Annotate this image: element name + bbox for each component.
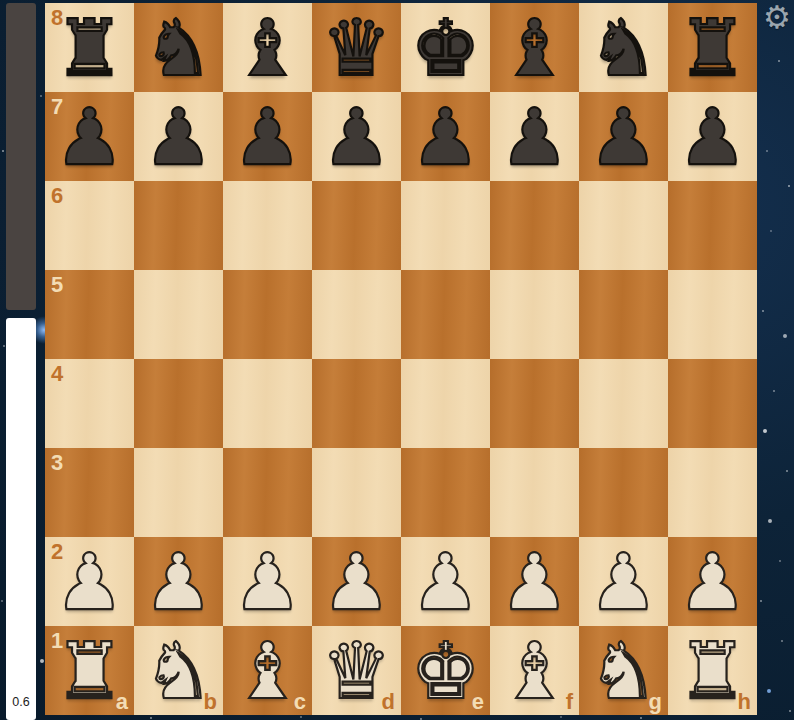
square-c6[interactable] xyxy=(223,181,312,270)
square-h1[interactable]: h♜ xyxy=(668,626,757,715)
square-d5[interactable] xyxy=(312,270,401,359)
square-g8[interactable]: ♞ xyxy=(579,3,668,92)
square-e7[interactable]: ♟ xyxy=(401,92,490,181)
rank-label-6: 6 xyxy=(51,185,63,207)
square-a5[interactable]: 5 xyxy=(45,270,134,359)
rank-label-5: 5 xyxy=(51,274,63,296)
square-a4[interactable]: 4 xyxy=(45,359,134,448)
eval-bar-black-portion xyxy=(6,3,36,310)
square-g5[interactable] xyxy=(579,270,668,359)
square-h8[interactable]: ♜ xyxy=(668,3,757,92)
square-a7[interactable]: 7♟ xyxy=(45,92,134,181)
piece-white-rook[interactable]: ♜ xyxy=(55,632,125,710)
piece-black-rook[interactable]: ♜ xyxy=(55,9,125,87)
square-b7[interactable]: ♟ xyxy=(134,92,223,181)
piece-white-bishop[interactable]: ♝ xyxy=(500,632,570,710)
square-e5[interactable] xyxy=(401,270,490,359)
square-f7[interactable]: ♟ xyxy=(490,92,579,181)
square-g4[interactable] xyxy=(579,359,668,448)
piece-white-queen[interactable]: ♛ xyxy=(322,632,392,710)
square-a2[interactable]: 2♟ xyxy=(45,537,134,626)
square-f5[interactable] xyxy=(490,270,579,359)
starfield-background xyxy=(0,0,2,2)
piece-white-pawn[interactable]: ♟ xyxy=(144,543,214,621)
piece-white-pawn[interactable]: ♟ xyxy=(233,543,303,621)
square-e6[interactable] xyxy=(401,181,490,270)
eval-score: 0.6 xyxy=(12,696,29,709)
square-e4[interactable] xyxy=(401,359,490,448)
piece-black-knight[interactable]: ♞ xyxy=(144,9,214,87)
square-h6[interactable] xyxy=(668,181,757,270)
piece-black-knight[interactable]: ♞ xyxy=(589,9,659,87)
square-b2[interactable]: ♟ xyxy=(134,537,223,626)
square-d7[interactable]: ♟ xyxy=(312,92,401,181)
square-d4[interactable] xyxy=(312,359,401,448)
piece-black-pawn[interactable]: ♟ xyxy=(55,98,125,176)
piece-black-pawn[interactable]: ♟ xyxy=(144,98,214,176)
square-f3[interactable] xyxy=(490,448,579,537)
square-c8[interactable]: ♝ xyxy=(223,3,312,92)
square-c4[interactable] xyxy=(223,359,312,448)
square-d1[interactable]: d♛ xyxy=(312,626,401,715)
square-h5[interactable] xyxy=(668,270,757,359)
piece-black-pawn[interactable]: ♟ xyxy=(500,98,570,176)
chess-board: 8♜♞♝♛♚♝♞♜7♟♟♟♟♟♟♟♟65432♟♟♟♟♟♟♟♟1a♜b♞c♝d♛… xyxy=(45,3,757,715)
square-b3[interactable] xyxy=(134,448,223,537)
square-h2[interactable]: ♟ xyxy=(668,537,757,626)
square-b4[interactable] xyxy=(134,359,223,448)
piece-black-pawn[interactable]: ♟ xyxy=(589,98,659,176)
square-c2[interactable]: ♟ xyxy=(223,537,312,626)
square-g3[interactable] xyxy=(579,448,668,537)
piece-white-king[interactable]: ♚ xyxy=(411,632,481,710)
square-g2[interactable]: ♟ xyxy=(579,537,668,626)
square-d2[interactable]: ♟ xyxy=(312,537,401,626)
piece-white-pawn[interactable]: ♟ xyxy=(322,543,392,621)
piece-black-king[interactable]: ♚ xyxy=(411,9,481,87)
piece-black-bishop[interactable]: ♝ xyxy=(233,9,303,87)
square-f8[interactable]: ♝ xyxy=(490,3,579,92)
square-d3[interactable] xyxy=(312,448,401,537)
piece-white-rook[interactable]: ♜ xyxy=(678,632,748,710)
piece-black-rook[interactable]: ♜ xyxy=(678,9,748,87)
piece-white-knight[interactable]: ♞ xyxy=(144,632,214,710)
piece-white-knight[interactable]: ♞ xyxy=(589,632,659,710)
square-c5[interactable] xyxy=(223,270,312,359)
square-g6[interactable] xyxy=(579,181,668,270)
square-a3[interactable]: 3 xyxy=(45,448,134,537)
square-e8[interactable]: ♚ xyxy=(401,3,490,92)
square-e1[interactable]: e♚ xyxy=(401,626,490,715)
square-h7[interactable]: ♟ xyxy=(668,92,757,181)
piece-black-pawn[interactable]: ♟ xyxy=(411,98,481,176)
piece-black-queen[interactable]: ♛ xyxy=(322,9,392,87)
square-d8[interactable]: ♛ xyxy=(312,3,401,92)
piece-white-pawn[interactable]: ♟ xyxy=(500,543,570,621)
square-c7[interactable]: ♟ xyxy=(223,92,312,181)
piece-white-bishop[interactable]: ♝ xyxy=(233,632,303,710)
square-a8[interactable]: 8♜ xyxy=(45,3,134,92)
square-c3[interactable] xyxy=(223,448,312,537)
square-d6[interactable] xyxy=(312,181,401,270)
square-a1[interactable]: 1a♜ xyxy=(45,626,134,715)
square-g1[interactable]: g♞ xyxy=(579,626,668,715)
piece-black-pawn[interactable]: ♟ xyxy=(322,98,392,176)
square-h3[interactable] xyxy=(668,448,757,537)
piece-black-bishop[interactable]: ♝ xyxy=(500,9,570,87)
square-f1[interactable]: f♝ xyxy=(490,626,579,715)
rank-label-4: 4 xyxy=(51,363,63,385)
gear-icon[interactable]: ⚙ xyxy=(763,2,791,33)
square-h4[interactable] xyxy=(668,359,757,448)
square-b6[interactable] xyxy=(134,181,223,270)
square-a6[interactable]: 6 xyxy=(45,181,134,270)
eval-bar-white-portion: 0.6 xyxy=(6,318,36,720)
piece-white-pawn[interactable]: ♟ xyxy=(55,543,125,621)
piece-white-pawn[interactable]: ♟ xyxy=(589,543,659,621)
piece-white-pawn[interactable]: ♟ xyxy=(411,543,481,621)
piece-black-pawn[interactable]: ♟ xyxy=(233,98,303,176)
square-e3[interactable] xyxy=(401,448,490,537)
rank-label-3: 3 xyxy=(51,452,63,474)
piece-black-pawn[interactable]: ♟ xyxy=(678,98,748,176)
square-f4[interactable] xyxy=(490,359,579,448)
square-f6[interactable] xyxy=(490,181,579,270)
evaluation-bar: 0.6 xyxy=(6,3,36,720)
square-e2[interactable]: ♟ xyxy=(401,537,490,626)
square-b8[interactable]: ♞ xyxy=(134,3,223,92)
square-b5[interactable] xyxy=(134,270,223,359)
piece-white-pawn[interactable]: ♟ xyxy=(678,543,748,621)
square-f2[interactable]: ♟ xyxy=(490,537,579,626)
square-c1[interactable]: c♝ xyxy=(223,626,312,715)
square-b1[interactable]: b♞ xyxy=(134,626,223,715)
square-g7[interactable]: ♟ xyxy=(579,92,668,181)
